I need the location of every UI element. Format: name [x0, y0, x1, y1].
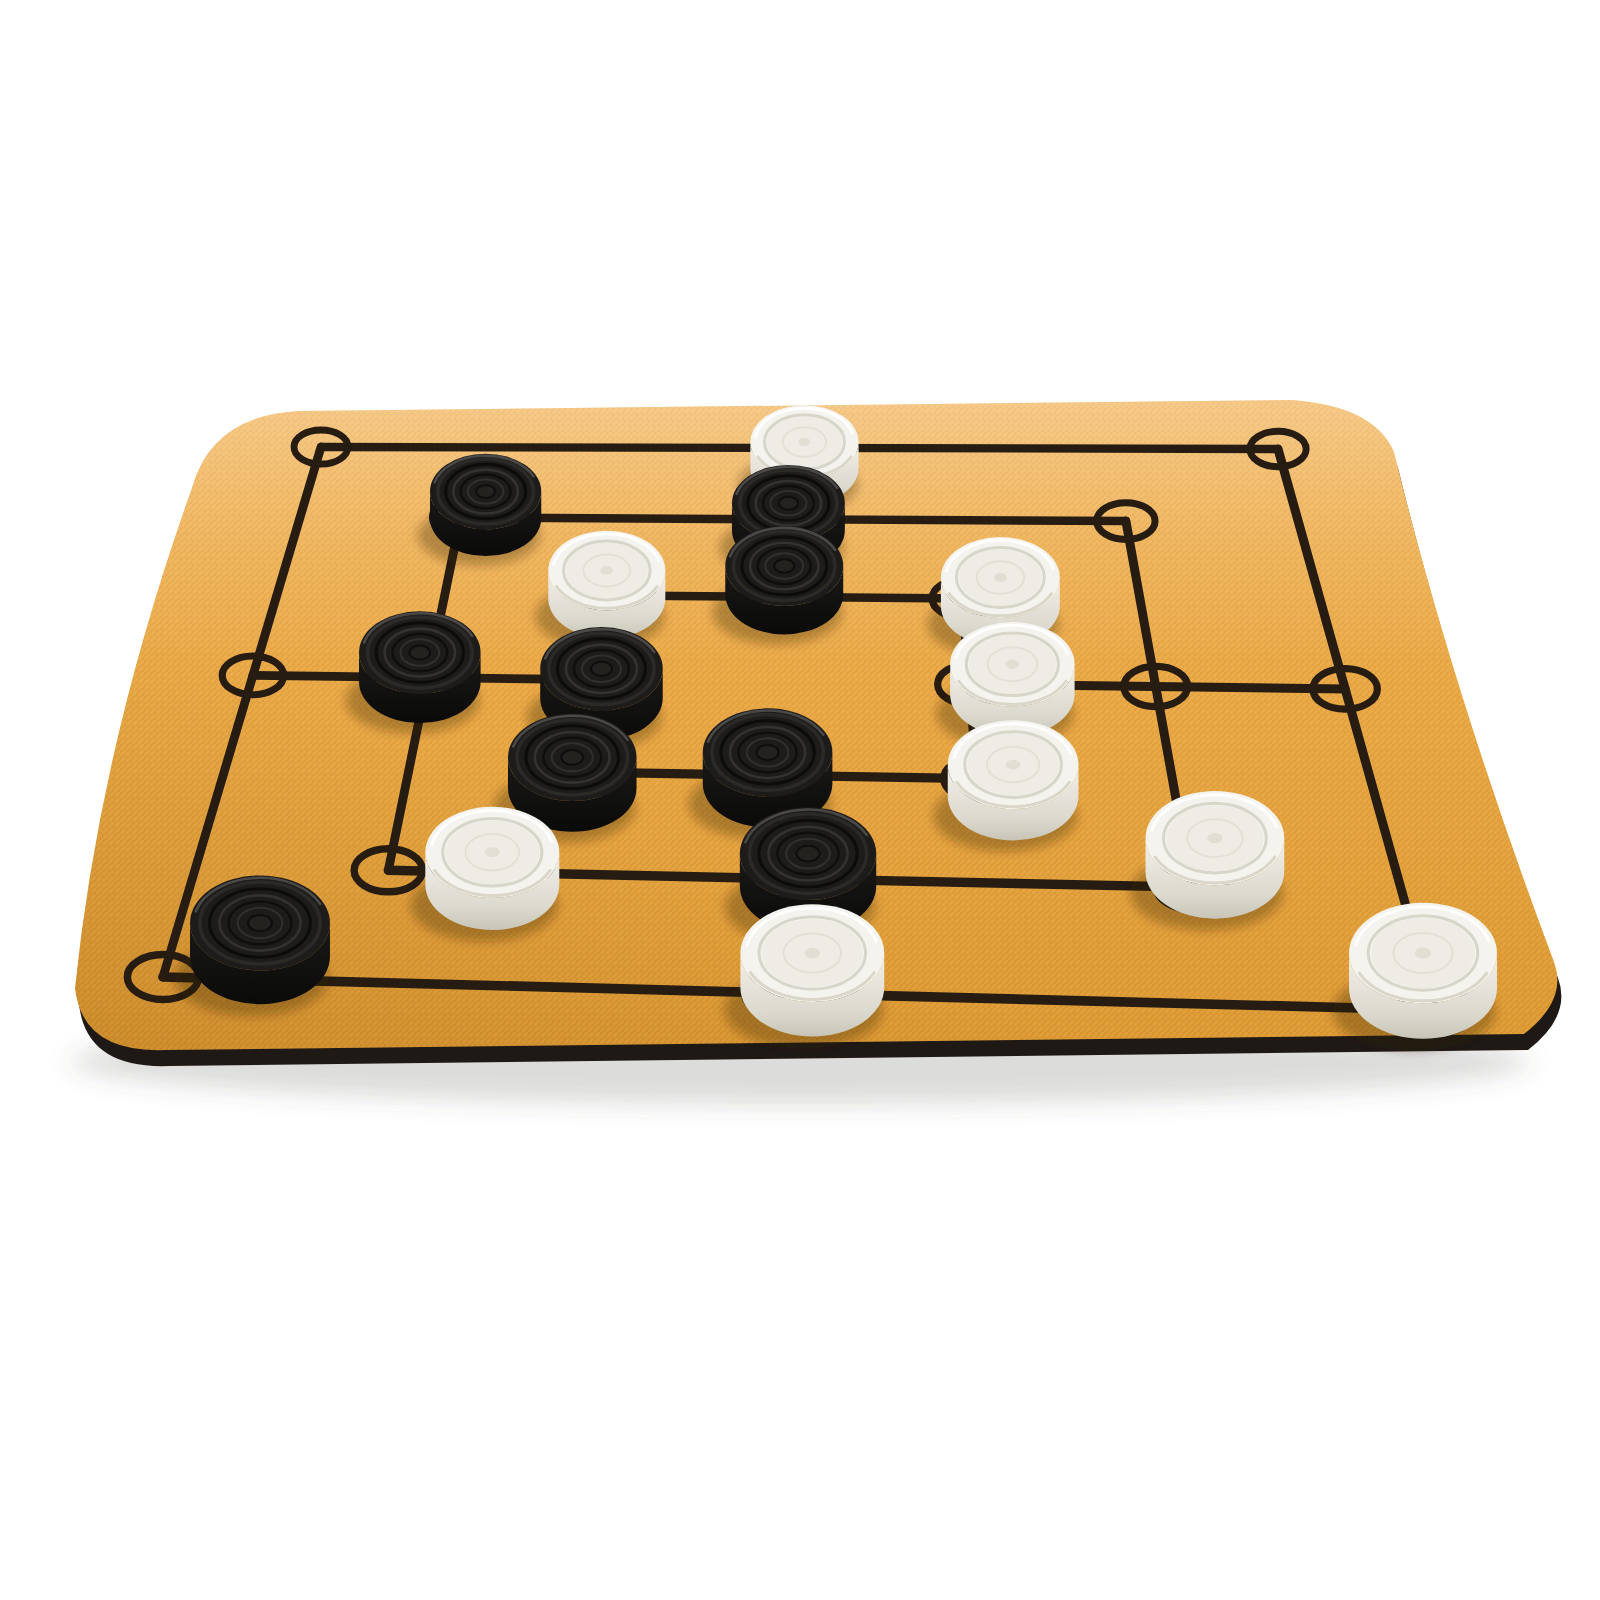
morris-board: Nine Men's Morris (mill) board — low-ang… [0, 0, 1600, 1600]
white-center-dimple [799, 438, 811, 446]
piece-white-d1[interactable] [740, 904, 884, 1036]
white-center-dimple [600, 566, 613, 575]
product-photo: Nine Men's Morris (mill) board — low-ang… [0, 0, 1600, 1600]
black-center [796, 846, 819, 862]
black-center [591, 662, 612, 676]
black-center [779, 497, 798, 510]
black-center [774, 559, 794, 573]
white-center-dimple [485, 847, 500, 857]
piece-black-b4[interactable] [359, 611, 481, 723]
black-center [561, 750, 583, 765]
piece-black-a1[interactable] [190, 875, 330, 1004]
black-center [248, 915, 272, 931]
white-center-dimple [994, 573, 1007, 582]
white-center-dimple [1006, 660, 1020, 669]
black-center [476, 485, 495, 498]
piece-white-g1[interactable] [1349, 903, 1497, 1039]
piece-white-e4[interactable] [950, 622, 1075, 737]
piece-white-c5[interactable] [548, 531, 665, 639]
black-center [757, 745, 779, 760]
white-center-dimple [804, 948, 820, 959]
black-center [409, 646, 430, 660]
board-photo: Nine Men's Morris (mill) board — low-ang… [0, 0, 1600, 1600]
piece-black-b6[interactable] [430, 454, 541, 556]
piece-white-f2[interactable] [1145, 791, 1284, 919]
piece-black-d5[interactable] [725, 526, 843, 635]
piece-white-b2[interactable] [425, 807, 559, 930]
white-center-dimple [1415, 947, 1431, 958]
white-center-dimple [1006, 760, 1020, 770]
piece-white-e3[interactable] [948, 720, 1079, 840]
white-center-dimple [1207, 833, 1222, 843]
